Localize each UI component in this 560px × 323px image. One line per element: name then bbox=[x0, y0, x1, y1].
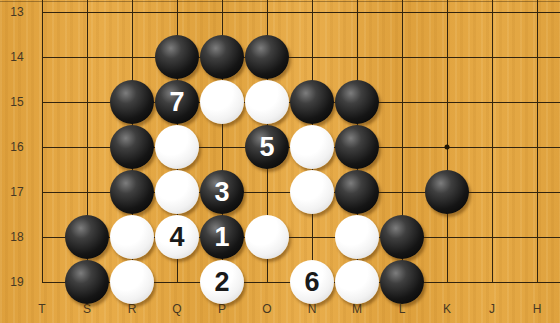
stone-white[interactable] bbox=[290, 125, 334, 169]
stone-black[interactable] bbox=[200, 35, 244, 79]
move-number: 5 bbox=[259, 134, 274, 161]
stone-black[interactable] bbox=[335, 80, 379, 124]
stone-black[interactable] bbox=[335, 170, 379, 214]
stone-white[interactable]: 6 bbox=[290, 260, 334, 304]
stone-black[interactable]: 3 bbox=[200, 170, 244, 214]
stone-black[interactable] bbox=[335, 125, 379, 169]
stone-white[interactable] bbox=[110, 260, 154, 304]
move-number: 2 bbox=[214, 269, 229, 296]
stone-black[interactable] bbox=[380, 215, 424, 259]
stone-black[interactable] bbox=[110, 80, 154, 124]
move-number: 7 bbox=[169, 89, 184, 116]
stone-black[interactable] bbox=[65, 215, 109, 259]
stone-black[interactable]: 5 bbox=[245, 125, 289, 169]
stone-white[interactable] bbox=[335, 260, 379, 304]
stone-black[interactable] bbox=[155, 35, 199, 79]
stone-white[interactable] bbox=[110, 215, 154, 259]
move-number: 6 bbox=[304, 269, 319, 296]
stone-white[interactable] bbox=[200, 80, 244, 124]
stone-black[interactable] bbox=[110, 125, 154, 169]
stone-black[interactable] bbox=[245, 35, 289, 79]
stone-black[interactable] bbox=[425, 170, 469, 214]
move-number: 3 bbox=[214, 179, 229, 206]
stone-white[interactable] bbox=[155, 170, 199, 214]
stone-white[interactable] bbox=[245, 215, 289, 259]
go-board[interactable]: 7534126 bbox=[20, 0, 560, 305]
stone-black[interactable] bbox=[380, 260, 424, 304]
stone-white[interactable] bbox=[335, 215, 379, 259]
stone-white[interactable] bbox=[290, 170, 334, 214]
stone-white[interactable]: 4 bbox=[155, 215, 199, 259]
stone-black[interactable] bbox=[290, 80, 334, 124]
stone-black[interactable] bbox=[65, 260, 109, 304]
go-diagram-screenshot: 13141516171819 TSRQPONMLKJH 7534126 bbox=[0, 0, 560, 323]
move-number: 4 bbox=[169, 224, 184, 251]
stone-black[interactable]: 1 bbox=[200, 215, 244, 259]
stone-black[interactable]: 7 bbox=[155, 80, 199, 124]
stone-white[interactable] bbox=[245, 80, 289, 124]
move-number: 1 bbox=[214, 224, 229, 251]
stone-white[interactable] bbox=[155, 125, 199, 169]
stone-black[interactable] bbox=[110, 170, 154, 214]
stone-white[interactable]: 2 bbox=[200, 260, 244, 304]
